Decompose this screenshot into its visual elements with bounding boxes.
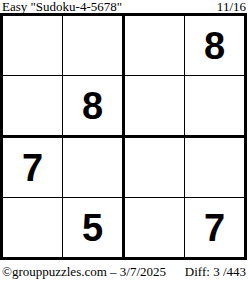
cell-r1c2[interactable]	[63, 16, 125, 76]
header: Easy "Sudoku-4-5678" 11/16	[0, 0, 248, 13]
cell-r1c4[interactable]: 8	[185, 16, 244, 76]
cell-r2c1[interactable]	[3, 76, 63, 138]
cell-r2c2[interactable]: 8	[63, 76, 125, 138]
sudoku-grid: 88757	[0, 13, 247, 260]
page-number: 11/16	[217, 0, 246, 13]
cell-r4c1[interactable]	[3, 198, 63, 257]
cell-r3c2[interactable]	[63, 138, 125, 198]
cell-r2c4[interactable]	[185, 76, 244, 138]
cell-r3c3[interactable]	[125, 138, 185, 198]
puzzle-page: Easy "Sudoku-4-5678" 11/16 88757 ©groupp…	[0, 0, 248, 282]
copyright-text: ©grouppuzzles.com – 3/7/2025	[2, 265, 166, 279]
cell-r4c3[interactable]	[125, 198, 185, 257]
cell-r1c1[interactable]	[3, 16, 63, 76]
cell-r3c4[interactable]	[185, 138, 244, 198]
difficulty-text: Diff: 3 /443	[185, 265, 246, 279]
puzzle-title: Easy "Sudoku-4-5678"	[2, 0, 122, 13]
cell-r1c3[interactable]	[125, 16, 185, 76]
cell-r4c4[interactable]: 7	[185, 198, 244, 257]
footer: ©grouppuzzles.com – 3/7/2025 Diff: 3 /44…	[0, 265, 248, 279]
cell-r3c1[interactable]: 7	[3, 138, 63, 198]
cell-r4c2[interactable]: 5	[63, 198, 125, 257]
cell-r2c3[interactable]	[125, 76, 185, 138]
